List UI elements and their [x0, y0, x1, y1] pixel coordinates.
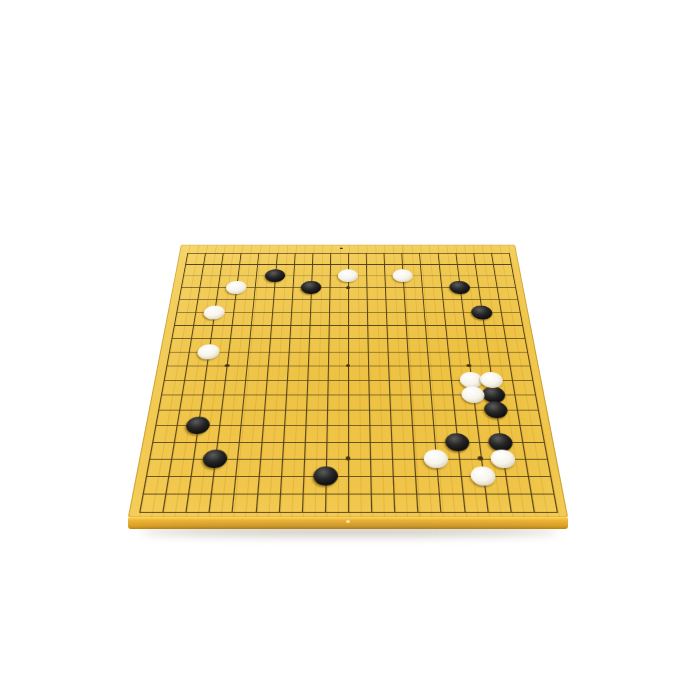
go-board-scene	[0, 0, 700, 700]
stones-layer	[128, 245, 568, 518]
white-stone	[197, 344, 221, 359]
black-stone	[481, 387, 506, 403]
go-board	[128, 245, 568, 518]
black-stone	[487, 433, 513, 451]
board-shadow	[140, 527, 558, 536]
white-stone	[460, 387, 485, 403]
black-stone	[470, 305, 493, 319]
black-stone	[449, 281, 471, 294]
black-stone	[264, 269, 285, 282]
white-stone	[203, 305, 226, 319]
white-stone	[338, 269, 358, 282]
black-stone	[300, 281, 321, 294]
photo-canvas	[0, 0, 700, 700]
white-stone	[226, 281, 248, 294]
black-stone	[313, 466, 338, 485]
black-stone	[185, 417, 211, 434]
black-stone	[483, 402, 509, 419]
front-edge-marker	[346, 520, 350, 523]
white-stone	[479, 372, 504, 388]
black-stone	[444, 433, 470, 451]
black-stone	[202, 449, 228, 468]
white-stone	[424, 449, 450, 468]
white-stone	[393, 269, 414, 282]
white-stone	[489, 449, 516, 468]
white-stone	[469, 466, 496, 485]
